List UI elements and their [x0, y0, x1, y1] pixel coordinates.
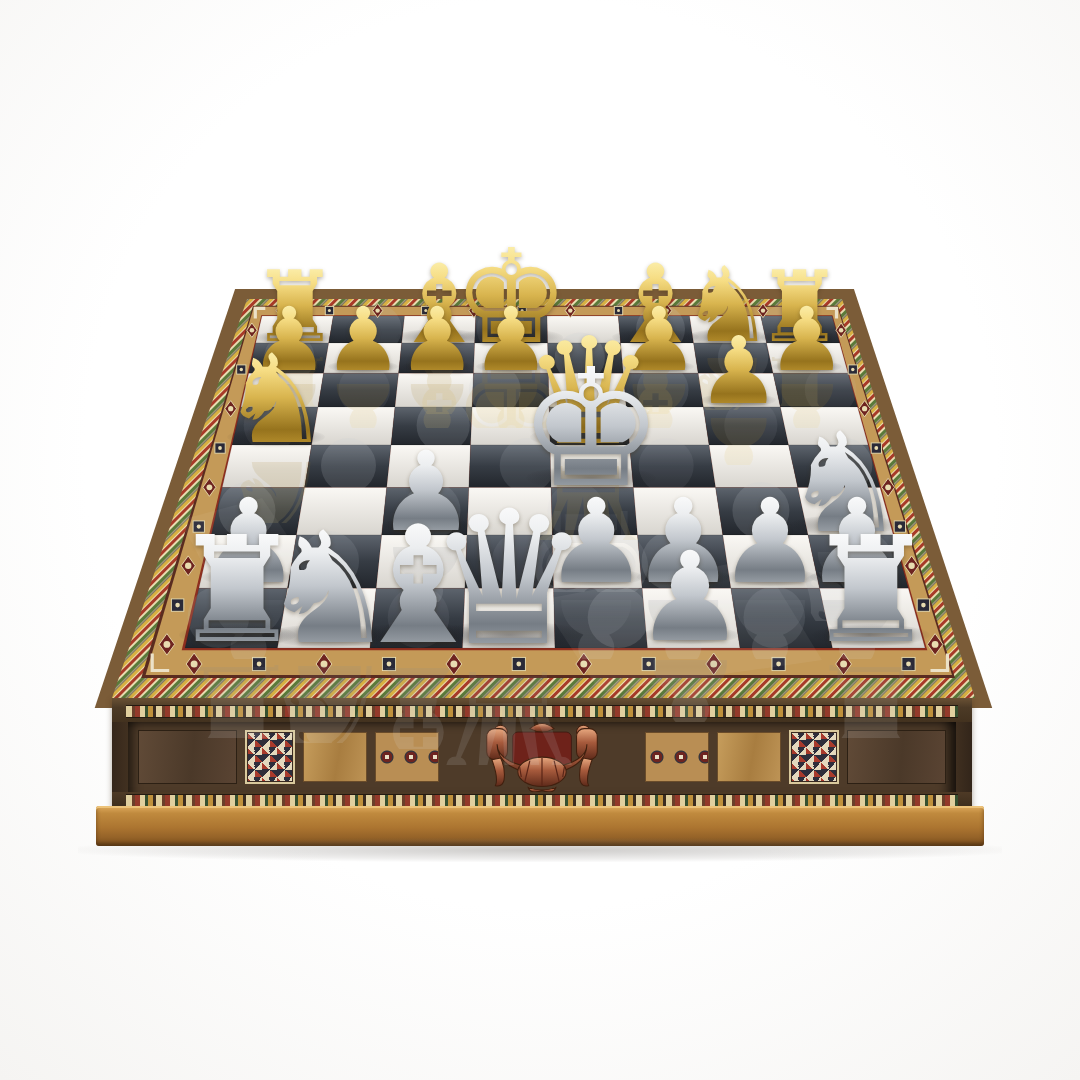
drawer-walnut-panel: [847, 730, 946, 784]
product-photo-scene: chess: [0, 0, 1080, 1080]
drawer-oak-panel: [717, 732, 781, 782]
piece-glyph: ♜: [754, 518, 989, 665]
floor-shadow: [78, 838, 1002, 862]
piece-reflection: ♜: [754, 665, 989, 738]
piece-silver-rook[interactable]: ♜♜: [754, 518, 989, 738]
